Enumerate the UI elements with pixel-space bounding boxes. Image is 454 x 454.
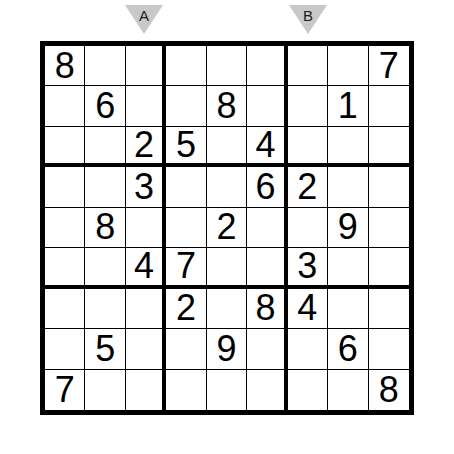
- cell-r3c6[interactable]: 4: [247, 127, 287, 167]
- cell-r1c5[interactable]: [207, 46, 247, 86]
- sudoku-board: 8768125436282947328459678: [40, 41, 414, 415]
- given-digit: 8: [55, 48, 75, 84]
- cell-r2c5[interactable]: 8: [207, 86, 247, 126]
- cell-r2c2[interactable]: 6: [85, 86, 125, 126]
- cell-r8c3[interactable]: [126, 329, 166, 369]
- given-digit: 5: [95, 331, 115, 367]
- cell-r9c8[interactable]: [328, 370, 368, 410]
- cell-r2c7[interactable]: [288, 86, 328, 126]
- cell-r4c9[interactable]: [369, 167, 409, 207]
- given-digit: 2: [134, 127, 154, 163]
- cell-r2c4[interactable]: [166, 86, 206, 126]
- cell-r2c3[interactable]: [126, 86, 166, 126]
- cell-r3c8[interactable]: [328, 127, 368, 167]
- given-digit: 6: [338, 331, 358, 367]
- cell-r1c1[interactable]: 8: [45, 46, 85, 86]
- cell-r5c2[interactable]: 8: [85, 208, 125, 248]
- given-digit: 8: [255, 290, 275, 326]
- cell-r1c2[interactable]: [85, 46, 125, 86]
- given-digit: 2: [297, 169, 317, 205]
- cell-r4c6[interactable]: 6: [247, 167, 287, 207]
- given-digit: 8: [216, 88, 236, 124]
- cell-r8c7[interactable]: [288, 329, 328, 369]
- given-digit: 3: [134, 169, 154, 205]
- cell-r9c3[interactable]: [126, 370, 166, 410]
- given-digit: 8: [379, 372, 399, 408]
- cell-r6c7[interactable]: 3: [288, 248, 328, 288]
- given-digit: 7: [379, 48, 399, 84]
- given-digit: 2: [176, 290, 196, 326]
- cell-r5c7[interactable]: [288, 208, 328, 248]
- column-marker-b: B: [289, 5, 327, 34]
- cell-r3c9[interactable]: [369, 127, 409, 167]
- column-marker-a: A: [125, 5, 163, 34]
- cell-r1c6[interactable]: [247, 46, 287, 86]
- cell-r5c1[interactable]: [45, 208, 85, 248]
- cell-r6c6[interactable]: [247, 248, 287, 288]
- cell-r3c3[interactable]: 2: [126, 127, 166, 167]
- cell-r4c4[interactable]: [166, 167, 206, 207]
- cell-r8c8[interactable]: 6: [328, 329, 368, 369]
- cell-r3c1[interactable]: [45, 127, 85, 167]
- cell-r8c5[interactable]: 9: [207, 329, 247, 369]
- cell-r4c2[interactable]: [85, 167, 125, 207]
- cell-r1c9[interactable]: 7: [369, 46, 409, 86]
- cell-r7c9[interactable]: [369, 289, 409, 329]
- cell-r7c5[interactable]: [207, 289, 247, 329]
- cell-r7c3[interactable]: [126, 289, 166, 329]
- cell-r7c7[interactable]: 4: [288, 289, 328, 329]
- cell-r2c6[interactable]: [247, 86, 287, 126]
- cell-r8c6[interactable]: [247, 329, 287, 369]
- cell-r2c8[interactable]: 1: [328, 86, 368, 126]
- cell-r9c6[interactable]: [247, 370, 287, 410]
- cell-r3c7[interactable]: [288, 127, 328, 167]
- cell-r8c9[interactable]: [369, 329, 409, 369]
- cell-r8c4[interactable]: [166, 329, 206, 369]
- given-digit: 3: [297, 248, 317, 284]
- cell-r9c1[interactable]: 7: [45, 370, 85, 410]
- given-digit: 9: [338, 209, 358, 245]
- cell-r5c8[interactable]: 9: [328, 208, 368, 248]
- cell-r1c7[interactable]: [288, 46, 328, 86]
- column-marker-b-label: B: [289, 7, 327, 24]
- cell-r2c1[interactable]: [45, 86, 85, 126]
- given-digit: 7: [55, 372, 75, 408]
- given-digit: 9: [216, 331, 236, 367]
- cell-r7c8[interactable]: [328, 289, 368, 329]
- given-digit: 2: [216, 209, 236, 245]
- cell-r6c5[interactable]: [207, 248, 247, 288]
- cell-r4c3[interactable]: 3: [126, 167, 166, 207]
- cell-r6c8[interactable]: [328, 248, 368, 288]
- given-digit: 6: [95, 88, 115, 124]
- cell-r6c9[interactable]: [369, 248, 409, 288]
- cell-r6c2[interactable]: [85, 248, 125, 288]
- sudoku-page: A B 8768125436282947328459678: [0, 0, 454, 454]
- cell-r9c7[interactable]: [288, 370, 328, 410]
- cell-r1c4[interactable]: [166, 46, 206, 86]
- cell-r5c3[interactable]: [126, 208, 166, 248]
- cell-r4c5[interactable]: [207, 167, 247, 207]
- cell-r4c1[interactable]: [45, 167, 85, 207]
- given-digit: 6: [255, 169, 275, 205]
- cell-r9c4[interactable]: [166, 370, 206, 410]
- cell-r9c2[interactable]: [85, 370, 125, 410]
- given-digit: 4: [255, 127, 275, 163]
- cell-r6c3[interactable]: 4: [126, 248, 166, 288]
- cell-r4c8[interactable]: [328, 167, 368, 207]
- cell-r2c9[interactable]: [369, 86, 409, 126]
- given-digit: 1: [338, 88, 358, 124]
- cell-r6c4[interactable]: 7: [166, 248, 206, 288]
- cell-r5c6[interactable]: [247, 208, 287, 248]
- cell-r3c5[interactable]: [207, 127, 247, 167]
- cell-r6c1[interactable]: [45, 248, 85, 288]
- cell-r1c3[interactable]: [126, 46, 166, 86]
- cell-r3c2[interactable]: [85, 127, 125, 167]
- given-digit: 4: [297, 290, 317, 326]
- column-marker-a-label: A: [125, 7, 163, 24]
- cell-r9c5[interactable]: [207, 370, 247, 410]
- cell-r5c4[interactable]: [166, 208, 206, 248]
- cell-r9c9[interactable]: 8: [369, 370, 409, 410]
- given-digit: 4: [134, 248, 154, 284]
- cell-r4c7[interactable]: 2: [288, 167, 328, 207]
- cell-r7c2[interactable]: [85, 289, 125, 329]
- cell-r3c4[interactable]: 5: [166, 127, 206, 167]
- cell-r5c5[interactable]: 2: [207, 208, 247, 248]
- cell-r7c1[interactable]: [45, 289, 85, 329]
- cell-r8c1[interactable]: [45, 329, 85, 369]
- given-digit: 7: [176, 248, 196, 284]
- cell-r5c9[interactable]: [369, 208, 409, 248]
- cell-r8c2[interactable]: 5: [85, 329, 125, 369]
- given-digit: 8: [95, 209, 115, 245]
- cell-r1c8[interactable]: [328, 46, 368, 86]
- cell-r7c4[interactable]: 2: [166, 289, 206, 329]
- given-digit: 5: [176, 127, 196, 163]
- cell-r7c6[interactable]: 8: [247, 289, 287, 329]
